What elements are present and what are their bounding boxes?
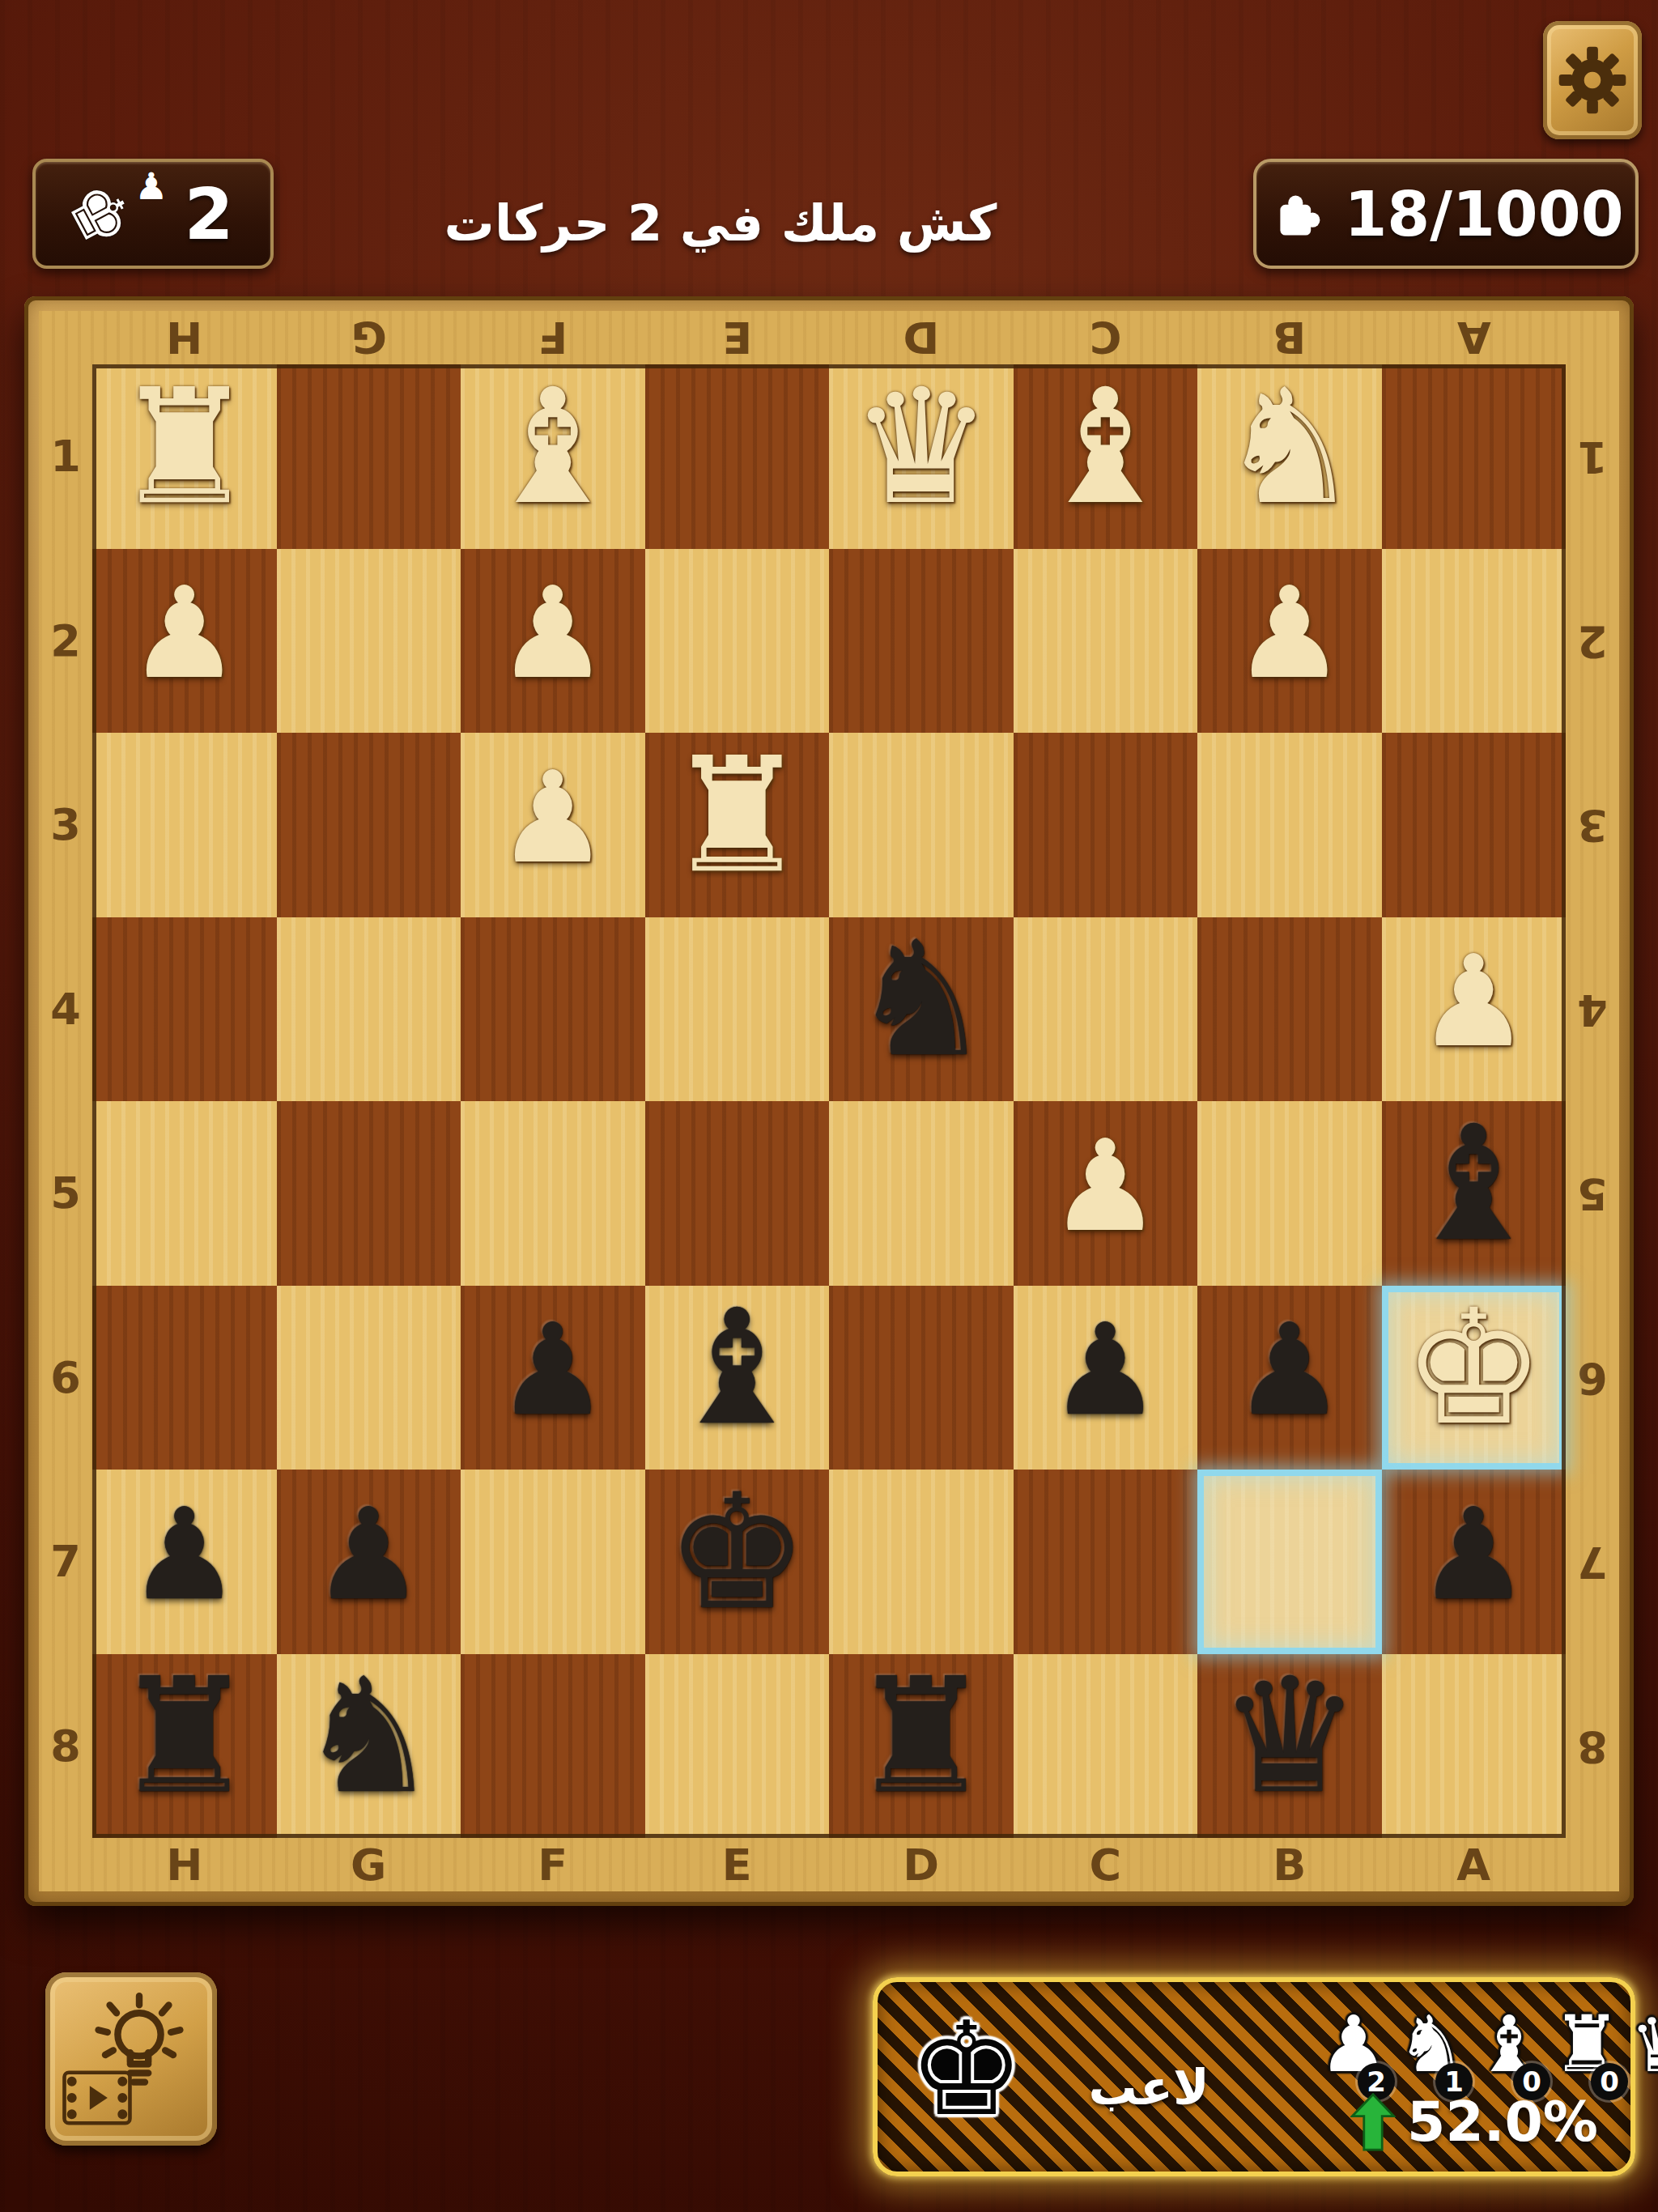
file-label-bottom-f: F bbox=[461, 1838, 645, 1891]
video-ad-icon bbox=[60, 2068, 134, 2128]
square-g4[interactable] bbox=[277, 917, 461, 1102]
square-b6[interactable]: ♟ bbox=[1197, 1286, 1382, 1470]
rank-label-left-6: 6 bbox=[39, 1286, 92, 1470]
rank-label-right-3: 3 bbox=[1566, 733, 1619, 917]
rank-label-right-6: 6 bbox=[1566, 1286, 1619, 1470]
piece-white-pawn-b2[interactable]: ♟ bbox=[1233, 570, 1346, 696]
square-e4[interactable] bbox=[645, 917, 830, 1102]
file-label-bottom-d: D bbox=[829, 1838, 1014, 1891]
small-pawn-icon: ♟ bbox=[134, 164, 168, 208]
square-h5[interactable] bbox=[92, 1101, 277, 1286]
piece-white-pawn-c5[interactable]: ♟ bbox=[1048, 1122, 1162, 1249]
captured-queen-icon: ♛ bbox=[1630, 1999, 1658, 2090]
file-label-bottom-h: H bbox=[92, 1838, 277, 1891]
square-a8[interactable] bbox=[1382, 1654, 1567, 1839]
piece-black-bishop-a5[interactable]: ♝ bbox=[1402, 1104, 1545, 1263]
piece-white-pawn-h2[interactable]: ♟ bbox=[128, 570, 241, 696]
rank-label-right-7: 7 bbox=[1566, 1470, 1619, 1654]
piece-black-rook-h8[interactable]: ♜ bbox=[113, 1657, 256, 1815]
captured-rook: ♜0 bbox=[1552, 2000, 1622, 2095]
square-d7[interactable] bbox=[829, 1470, 1014, 1654]
piece-black-knight-g8[interactable]: ♞ bbox=[297, 1657, 440, 1815]
piece-white-bishop-c1[interactable]: ♝ bbox=[1034, 368, 1176, 526]
square-h6[interactable] bbox=[92, 1286, 277, 1470]
piece-black-pawn-c6[interactable]: ♟ bbox=[1048, 1307, 1162, 1433]
square-g1[interactable] bbox=[277, 364, 461, 549]
moves-counter-value: 2 bbox=[184, 172, 233, 256]
square-f5[interactable] bbox=[461, 1101, 645, 1286]
rank-label-left-7: 7 bbox=[39, 1470, 92, 1654]
board-corner bbox=[39, 311, 92, 364]
piece-white-rook-e3[interactable]: ♜ bbox=[665, 736, 808, 895]
square-c6[interactable]: ♟ bbox=[1014, 1286, 1198, 1470]
square-h7[interactable]: ♟ bbox=[92, 1470, 277, 1654]
rank-label-left-3: 3 bbox=[39, 733, 92, 917]
chess-puzzle-screen: ♚ ♟ 2 كش ملك في 2 حركات 18/1000 HGFEDCBA… bbox=[0, 0, 1658, 2212]
square-h8[interactable]: ♜ bbox=[92, 1654, 277, 1839]
rank-label-left-8: 8 bbox=[39, 1654, 92, 1839]
player-name: لاعب bbox=[1044, 2059, 1254, 2116]
file-label-top-e: E bbox=[645, 311, 830, 364]
square-c3[interactable] bbox=[1014, 733, 1198, 917]
piece-white-queen-d1[interactable]: ♛ bbox=[850, 368, 993, 526]
square-a3[interactable] bbox=[1382, 733, 1567, 917]
square-e8[interactable] bbox=[645, 1654, 830, 1839]
piece-black-knight-d4[interactable]: ♞ bbox=[850, 920, 993, 1078]
file-label-top-a: A bbox=[1382, 311, 1567, 364]
green-up-arrow-icon bbox=[1350, 2091, 1396, 2153]
square-b8[interactable]: ♛ bbox=[1197, 1654, 1382, 1839]
square-d6[interactable] bbox=[829, 1286, 1014, 1470]
rank-label-right-4: 4 bbox=[1566, 917, 1619, 1102]
board-corner bbox=[1566, 1838, 1619, 1891]
piece-black-pawn-h7[interactable]: ♟ bbox=[128, 1491, 241, 1617]
piece-white-pawn-f3[interactable]: ♟ bbox=[496, 754, 610, 880]
square-e6[interactable]: ♝ bbox=[645, 1286, 830, 1470]
board-corner bbox=[39, 1838, 92, 1891]
square-g7[interactable]: ♟ bbox=[277, 1470, 461, 1654]
puzzle-progress-badge: 18/1000 bbox=[1253, 159, 1639, 269]
piece-white-bishop-f1[interactable]: ♝ bbox=[482, 368, 624, 526]
square-f8[interactable] bbox=[461, 1654, 645, 1839]
square-d4[interactable]: ♞ bbox=[829, 917, 1014, 1102]
captured-pieces-row: ♟2♞1♝0♜0♛0 bbox=[1319, 2000, 1658, 2095]
hint-button[interactable] bbox=[45, 1972, 217, 2146]
square-d2[interactable] bbox=[829, 549, 1014, 734]
piece-white-king-a6[interactable]: ♚ bbox=[1402, 1288, 1545, 1447]
player-panel: ♚ لاعب ♟2♞1♝0♜0♛0 52.0% bbox=[873, 1977, 1635, 2176]
square-f1[interactable]: ♝ bbox=[461, 364, 645, 549]
square-c1[interactable]: ♝ bbox=[1014, 364, 1198, 549]
square-g2[interactable] bbox=[277, 549, 461, 734]
chess-board: HGFEDCBA1♜♝♛♝♞12♟♟♟23♟♜34♞♟45♟♝56♟♝♟♟♚67… bbox=[24, 296, 1634, 1906]
square-d5[interactable] bbox=[829, 1101, 1014, 1286]
piece-black-queen-b8[interactable]: ♛ bbox=[1218, 1657, 1361, 1815]
square-e2[interactable] bbox=[645, 549, 830, 734]
piece-black-pawn-b6[interactable]: ♟ bbox=[1233, 1307, 1346, 1433]
rank-label-left-4: 4 bbox=[39, 917, 92, 1102]
board-corner bbox=[1566, 311, 1619, 364]
piece-black-pawn-a7[interactable]: ♟ bbox=[1417, 1491, 1530, 1617]
square-e1[interactable] bbox=[645, 364, 830, 549]
square-g6[interactable] bbox=[277, 1286, 461, 1470]
square-d8[interactable]: ♜ bbox=[829, 1654, 1014, 1839]
piece-black-pawn-f6[interactable]: ♟ bbox=[496, 1307, 610, 1433]
piece-black-bishop-e6[interactable]: ♝ bbox=[665, 1288, 808, 1447]
rank-label-left-2: 2 bbox=[39, 549, 92, 734]
file-label-bottom-c: C bbox=[1014, 1838, 1198, 1891]
advantage-value: 52.0% bbox=[1407, 2090, 1598, 2154]
square-a1[interactable] bbox=[1382, 364, 1567, 549]
piece-white-knight-b1[interactable]: ♞ bbox=[1218, 368, 1361, 526]
square-h2[interactable]: ♟ bbox=[92, 549, 277, 734]
square-b7[interactable] bbox=[1197, 1470, 1382, 1654]
square-b5[interactable] bbox=[1197, 1101, 1382, 1286]
captured-knight: ♞1 bbox=[1397, 2000, 1466, 2095]
piece-white-pawn-f2[interactable]: ♟ bbox=[496, 570, 610, 696]
captured-bishop: ♝0 bbox=[1474, 2000, 1544, 2095]
square-c8[interactable] bbox=[1014, 1654, 1198, 1839]
square-e7[interactable]: ♚ bbox=[645, 1470, 830, 1654]
file-label-bottom-g: G bbox=[277, 1838, 461, 1891]
square-f7[interactable] bbox=[461, 1470, 645, 1654]
square-e3[interactable]: ♜ bbox=[645, 733, 830, 917]
advantage-indicator: 52.0% bbox=[1350, 2090, 1598, 2154]
square-d3[interactable] bbox=[829, 733, 1014, 917]
square-b1[interactable]: ♞ bbox=[1197, 364, 1382, 549]
square-a4[interactable]: ♟ bbox=[1382, 917, 1567, 1102]
file-label-top-g: G bbox=[277, 311, 461, 364]
square-g3[interactable] bbox=[277, 733, 461, 917]
square-a5[interactable]: ♝ bbox=[1382, 1101, 1567, 1286]
rank-label-right-1: 1 bbox=[1566, 364, 1619, 549]
board-grid: HGFEDCBA1♜♝♛♝♞12♟♟♟23♟♜34♞♟45♟♝56♟♝♟♟♚67… bbox=[39, 311, 1619, 1891]
square-c4[interactable] bbox=[1014, 917, 1198, 1102]
gear-icon bbox=[1558, 45, 1627, 115]
square-f3[interactable]: ♟ bbox=[461, 733, 645, 917]
square-c7[interactable] bbox=[1014, 1470, 1198, 1654]
square-c5[interactable]: ♟ bbox=[1014, 1101, 1198, 1286]
piece-black-rook-d8[interactable]: ♜ bbox=[850, 1657, 993, 1815]
square-h1[interactable]: ♜ bbox=[92, 364, 277, 549]
puzzle-progress-value: 18/1000 bbox=[1344, 178, 1623, 250]
settings-button[interactable] bbox=[1543, 21, 1642, 139]
square-b2[interactable]: ♟ bbox=[1197, 549, 1382, 734]
black-king-icon: ♚ bbox=[908, 2005, 1024, 2134]
square-a6[interactable]: ♚ bbox=[1382, 1286, 1567, 1470]
file-label-bottom-e: E bbox=[645, 1838, 830, 1891]
square-f4[interactable] bbox=[461, 917, 645, 1102]
square-e5[interactable] bbox=[645, 1101, 830, 1286]
square-c2[interactable] bbox=[1014, 549, 1198, 734]
square-a2[interactable] bbox=[1382, 549, 1567, 734]
square-a7[interactable]: ♟ bbox=[1382, 1470, 1567, 1654]
square-b3[interactable] bbox=[1197, 733, 1382, 917]
puzzle-title: كش ملك في 2 حركات bbox=[291, 183, 1150, 264]
rank-label-right-8: 8 bbox=[1566, 1654, 1619, 1839]
piece-white-pawn-a4[interactable]: ♟ bbox=[1417, 938, 1530, 1065]
square-g8[interactable]: ♞ bbox=[277, 1654, 461, 1839]
square-f2[interactable]: ♟ bbox=[461, 549, 645, 734]
rank-label-right-2: 2 bbox=[1566, 549, 1619, 734]
rank-label-right-5: 5 bbox=[1566, 1101, 1619, 1286]
square-g5[interactable] bbox=[277, 1101, 461, 1286]
square-h4[interactable] bbox=[92, 917, 277, 1102]
fallen-king-pawn-icon: ♚ ♟ bbox=[72, 169, 169, 258]
square-h3[interactable] bbox=[92, 733, 277, 917]
captured-queen: ♛0 bbox=[1630, 2000, 1658, 2095]
piece-black-king-e7[interactable]: ♚ bbox=[665, 1473, 808, 1631]
piece-white-rook-h1[interactable]: ♜ bbox=[113, 368, 256, 526]
square-f6[interactable]: ♟ bbox=[461, 1286, 645, 1470]
rank-label-left-5: 5 bbox=[39, 1101, 92, 1286]
rank-label-left-1: 1 bbox=[39, 364, 92, 549]
file-label-bottom-a: A bbox=[1382, 1838, 1567, 1891]
moves-counter-badge: ♚ ♟ 2 bbox=[32, 159, 274, 269]
captured-pawn: ♟2 bbox=[1319, 2000, 1388, 2095]
file-label-bottom-b: B bbox=[1197, 1838, 1382, 1891]
puzzle-piece-icon bbox=[1268, 185, 1324, 242]
piece-black-pawn-g7[interactable]: ♟ bbox=[312, 1491, 425, 1617]
square-b4[interactable] bbox=[1197, 917, 1382, 1102]
square-d1[interactable]: ♛ bbox=[829, 364, 1014, 549]
